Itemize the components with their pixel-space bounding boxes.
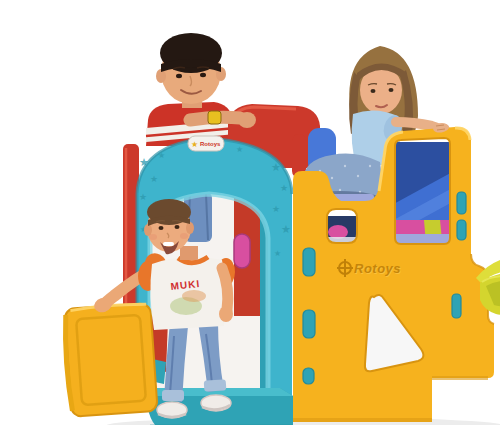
svg-text:★: ★ bbox=[158, 151, 165, 160]
pink-platform-edge bbox=[390, 220, 456, 236]
svg-text:★: ★ bbox=[271, 161, 281, 173]
inner-pink-handle bbox=[234, 234, 250, 268]
sticker-star-icon: ★ bbox=[191, 140, 198, 149]
rotoys-logo: Rotoys Rotoys bbox=[337, 259, 402, 277]
product-photo: ★ ★ ★ ★ ★ ★ ★ ★ ★ ★ ★ ★ ★ Rotoys bbox=[40, 16, 500, 425]
boy-wristwatch bbox=[208, 111, 221, 124]
play-door bbox=[63, 303, 158, 417]
sticker-text: Rotoys bbox=[200, 141, 221, 147]
svg-text:★: ★ bbox=[139, 156, 149, 168]
rotoys-logo-text: Rotoys bbox=[354, 261, 401, 276]
svg-text:★: ★ bbox=[150, 174, 158, 184]
svg-text:★: ★ bbox=[236, 145, 243, 154]
svg-text:★: ★ bbox=[139, 192, 147, 202]
svg-text:★: ★ bbox=[281, 223, 291, 235]
toddler-arm-left bbox=[222, 268, 228, 310]
svg-text:★: ★ bbox=[274, 249, 281, 258]
brand-sticker: ★ Rotoys bbox=[188, 136, 224, 151]
svg-text:★: ★ bbox=[280, 183, 288, 193]
svg-text:★: ★ bbox=[272, 204, 280, 214]
